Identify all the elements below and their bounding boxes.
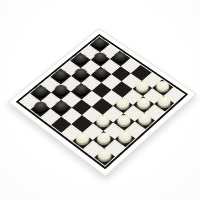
board-grid <box>20 37 184 166</box>
checkers-board-mat <box>7 28 196 177</box>
board-frame <box>16 34 188 169</box>
product-photo <box>0 0 200 200</box>
